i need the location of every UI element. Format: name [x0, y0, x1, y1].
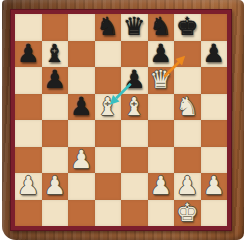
square-f1[interactable]	[148, 200, 175, 227]
piece-white-bishop-d5[interactable]: ♝	[97, 94, 119, 120]
square-d8[interactable]: ♞	[95, 14, 122, 41]
square-c1[interactable]	[68, 200, 95, 227]
square-e7[interactable]	[121, 41, 148, 68]
piece-black-pawn-a7[interactable]: ♟	[17, 41, 39, 67]
piece-white-king-g1[interactable]: ♚	[176, 200, 198, 226]
square-h4[interactable]	[201, 120, 228, 147]
square-h1[interactable]	[201, 200, 228, 227]
piece-white-knight-g5[interactable]: ♞	[176, 94, 198, 120]
square-c7[interactable]	[68, 41, 95, 68]
square-h2[interactable]: ♟	[201, 173, 228, 200]
square-d5[interactable]: ♝	[95, 94, 122, 121]
square-c4[interactable]	[68, 120, 95, 147]
piece-white-pawn-h2[interactable]: ♟	[203, 173, 225, 199]
chess-board: ♞♛♞♚♟♝♟♟♟♟♛♟♝♝♞♟♟♟♟♟♟♚	[15, 14, 227, 226]
square-b3[interactable]	[42, 147, 69, 174]
square-b5[interactable]	[42, 94, 69, 121]
square-a7[interactable]: ♟	[15, 41, 42, 68]
piece-white-bishop-e5[interactable]: ♝	[123, 94, 145, 120]
square-g7[interactable]	[174, 41, 201, 68]
square-f5[interactable]	[148, 94, 175, 121]
square-h6[interactable]	[201, 67, 228, 94]
square-e3[interactable]	[121, 147, 148, 174]
square-d7[interactable]	[95, 41, 122, 68]
square-e6[interactable]: ♟	[121, 67, 148, 94]
square-g1[interactable]: ♚	[174, 200, 201, 227]
square-f4[interactable]	[148, 120, 175, 147]
square-g4[interactable]	[174, 120, 201, 147]
piece-white-queen-f6[interactable]: ♛	[150, 67, 172, 93]
piece-white-pawn-f2[interactable]: ♟	[150, 173, 172, 199]
square-g6[interactable]	[174, 67, 201, 94]
square-d2[interactable]	[95, 173, 122, 200]
piece-black-pawn-c5[interactable]: ♟	[70, 94, 92, 120]
square-d3[interactable]	[95, 147, 122, 174]
square-e5[interactable]: ♝	[121, 94, 148, 121]
wooden-board-photo: ♞♛♞♚♟♝♟♟♟♟♛♟♝♝♞♟♟♟♟♟♟♚	[2, 0, 244, 240]
square-g5[interactable]: ♞	[174, 94, 201, 121]
square-a4[interactable]	[15, 120, 42, 147]
square-b2[interactable]: ♟	[42, 173, 69, 200]
square-d4[interactable]	[95, 120, 122, 147]
square-f2[interactable]: ♟	[148, 173, 175, 200]
square-f3[interactable]	[148, 147, 175, 174]
square-a5[interactable]	[15, 94, 42, 121]
square-b1[interactable]	[42, 200, 69, 227]
square-e4[interactable]	[121, 120, 148, 147]
square-c2[interactable]	[68, 173, 95, 200]
piece-black-bishop-b7[interactable]: ♝	[44, 41, 66, 67]
square-f7[interactable]: ♟	[148, 41, 175, 68]
piece-white-pawn-g2[interactable]: ♟	[176, 173, 198, 199]
piece-black-knight-d8[interactable]: ♞	[97, 14, 119, 40]
piece-white-pawn-c3[interactable]: ♟	[70, 147, 92, 173]
square-c8[interactable]	[68, 14, 95, 41]
square-a6[interactable]	[15, 67, 42, 94]
piece-white-pawn-b2[interactable]: ♟	[44, 173, 66, 199]
square-b4[interactable]	[42, 120, 69, 147]
piece-black-pawn-e6[interactable]: ♟	[123, 67, 145, 93]
square-b6[interactable]: ♟	[42, 67, 69, 94]
piece-black-pawn-f7[interactable]: ♟	[150, 41, 172, 67]
square-g2[interactable]: ♟	[174, 173, 201, 200]
square-c6[interactable]	[68, 67, 95, 94]
square-f8[interactable]: ♞	[148, 14, 175, 41]
board-border: ♞♛♞♚♟♝♟♟♟♟♛♟♝♝♞♟♟♟♟♟♟♚	[10, 9, 232, 231]
square-a2[interactable]: ♟	[15, 173, 42, 200]
square-f6[interactable]: ♛	[148, 67, 175, 94]
piece-black-pawn-h7[interactable]: ♟	[203, 41, 225, 67]
square-c3[interactable]: ♟	[68, 147, 95, 174]
square-a8[interactable]	[15, 14, 42, 41]
piece-white-pawn-a2[interactable]: ♟	[17, 173, 39, 199]
piece-black-queen-e8[interactable]: ♛	[123, 14, 145, 40]
square-h7[interactable]: ♟	[201, 41, 228, 68]
square-b8[interactable]	[42, 14, 69, 41]
square-h8[interactable]	[201, 14, 228, 41]
square-h3[interactable]	[201, 147, 228, 174]
square-b7[interactable]: ♝	[42, 41, 69, 68]
piece-black-pawn-b6[interactable]: ♟	[44, 67, 66, 93]
square-g3[interactable]	[174, 147, 201, 174]
piece-black-knight-f8[interactable]: ♞	[150, 14, 172, 40]
square-a3[interactable]	[15, 147, 42, 174]
square-e1[interactable]	[121, 200, 148, 227]
square-d6[interactable]	[95, 67, 122, 94]
square-e8[interactable]: ♛	[121, 14, 148, 41]
square-h5[interactable]	[201, 94, 228, 121]
square-c5[interactable]: ♟	[68, 94, 95, 121]
square-e2[interactable]	[121, 173, 148, 200]
square-g8[interactable]: ♚	[174, 14, 201, 41]
square-d1[interactable]	[95, 200, 122, 227]
square-a1[interactable]	[15, 200, 42, 227]
piece-black-king-g8[interactable]: ♚	[176, 14, 198, 40]
